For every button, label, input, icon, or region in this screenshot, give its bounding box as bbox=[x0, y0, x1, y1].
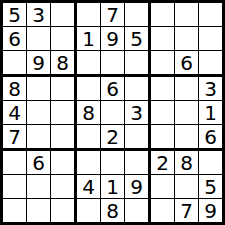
cell-r4c4-empty[interactable] bbox=[77, 77, 101, 101]
cell-r5c5-empty[interactable] bbox=[101, 101, 125, 125]
cell-r4c6-empty[interactable] bbox=[125, 77, 151, 101]
cell-r1c7-empty[interactable] bbox=[151, 3, 175, 27]
cell-r8c1-empty[interactable] bbox=[3, 175, 27, 199]
cell-r8c6-given-9: 9 bbox=[125, 175, 151, 199]
cell-r7c8-given-8: 8 bbox=[175, 151, 199, 175]
cell-r5c6-given-3: 3 bbox=[125, 101, 151, 125]
cell-r9c5-given-8: 8 bbox=[101, 199, 125, 222]
cell-r9c9-given-9: 9 bbox=[199, 199, 222, 222]
cell-r1c5-given-7: 7 bbox=[101, 3, 125, 27]
cell-r3c4-empty[interactable] bbox=[77, 51, 101, 77]
cell-r9c7-empty[interactable] bbox=[151, 199, 175, 222]
cell-r3c8-given-6: 6 bbox=[175, 51, 199, 77]
cell-r3c6-empty[interactable] bbox=[125, 51, 151, 77]
cell-r3c7-empty[interactable] bbox=[151, 51, 175, 77]
cell-r6c9-given-6: 6 bbox=[199, 125, 222, 151]
cell-r9c2-empty[interactable] bbox=[27, 199, 51, 222]
cell-r5c1-given-4: 4 bbox=[3, 101, 27, 125]
cell-r6c5-given-2: 2 bbox=[101, 125, 125, 151]
cell-r1c4-empty[interactable] bbox=[77, 3, 101, 27]
cell-r4c9-given-3: 3 bbox=[199, 77, 222, 101]
cell-r3c5-empty[interactable] bbox=[101, 51, 125, 77]
cell-r6c1-given-7: 7 bbox=[3, 125, 27, 151]
cell-r9c6-empty[interactable] bbox=[125, 199, 151, 222]
cell-r9c3-empty[interactable] bbox=[51, 199, 77, 222]
cell-r7c1-empty[interactable] bbox=[3, 151, 27, 175]
cell-r4c2-empty[interactable] bbox=[27, 77, 51, 101]
cell-r8c5-given-1: 1 bbox=[101, 175, 125, 199]
cell-r4c5-given-6: 6 bbox=[101, 77, 125, 101]
cell-r4c8-empty[interactable] bbox=[175, 77, 199, 101]
cell-r8c4-given-4: 4 bbox=[77, 175, 101, 199]
cell-r6c8-empty[interactable] bbox=[175, 125, 199, 151]
cell-r4c7-empty[interactable] bbox=[151, 77, 175, 101]
cell-r1c8-empty[interactable] bbox=[175, 3, 199, 27]
cell-r6c3-empty[interactable] bbox=[51, 125, 77, 151]
cell-r3c2-given-9: 9 bbox=[27, 51, 51, 77]
cell-r5c3-empty[interactable] bbox=[51, 101, 77, 125]
cell-r8c2-empty[interactable] bbox=[27, 175, 51, 199]
cell-r7c3-empty[interactable] bbox=[51, 151, 77, 175]
cell-r1c6-empty[interactable] bbox=[125, 3, 151, 27]
cell-r6c6-empty[interactable] bbox=[125, 125, 151, 151]
cell-r4c3-empty[interactable] bbox=[51, 77, 77, 101]
cell-r6c7-empty[interactable] bbox=[151, 125, 175, 151]
cell-r2c2-empty[interactable] bbox=[27, 27, 51, 51]
cell-r7c4-empty[interactable] bbox=[77, 151, 101, 175]
cell-r7c2-given-6: 6 bbox=[27, 151, 51, 175]
cell-r7c5-empty[interactable] bbox=[101, 151, 125, 175]
cell-r6c4-empty[interactable] bbox=[77, 125, 101, 151]
cell-r1c2-given-3: 3 bbox=[27, 3, 51, 27]
cell-r2c5-given-9: 9 bbox=[101, 27, 125, 51]
cell-r5c9-given-1: 1 bbox=[199, 101, 222, 125]
cell-r1c3-empty[interactable] bbox=[51, 3, 77, 27]
cell-r8c3-empty[interactable] bbox=[51, 175, 77, 199]
cell-r3c3-given-8: 8 bbox=[51, 51, 77, 77]
cell-r5c4-given-8: 8 bbox=[77, 101, 101, 125]
cell-r7c6-empty[interactable] bbox=[125, 151, 151, 175]
cell-r3c9-empty[interactable] bbox=[199, 51, 222, 77]
sudoku-board: 537619598686348317266284195879 bbox=[0, 0, 225, 225]
cell-r8c8-empty[interactable] bbox=[175, 175, 199, 199]
cell-r2c7-empty[interactable] bbox=[151, 27, 175, 51]
cell-r1c1-given-5: 5 bbox=[3, 3, 27, 27]
cell-r1c9-empty[interactable] bbox=[199, 3, 222, 27]
cell-r4c1-given-8: 8 bbox=[3, 77, 27, 101]
cell-r5c8-empty[interactable] bbox=[175, 101, 199, 125]
cell-r7c7-given-2: 2 bbox=[151, 151, 175, 175]
cell-r2c6-given-5: 5 bbox=[125, 27, 151, 51]
cell-r9c8-given-7: 7 bbox=[175, 199, 199, 222]
cell-r8c7-empty[interactable] bbox=[151, 175, 175, 199]
cell-r5c2-empty[interactable] bbox=[27, 101, 51, 125]
cell-r5c7-empty[interactable] bbox=[151, 101, 175, 125]
cell-r8c9-given-5: 5 bbox=[199, 175, 222, 199]
cell-r9c4-empty[interactable] bbox=[77, 199, 101, 222]
cell-r6c2-empty[interactable] bbox=[27, 125, 51, 151]
cell-r2c4-given-1: 1 bbox=[77, 27, 101, 51]
cell-r2c3-empty[interactable] bbox=[51, 27, 77, 51]
cell-r2c1-given-6: 6 bbox=[3, 27, 27, 51]
cell-r2c8-empty[interactable] bbox=[175, 27, 199, 51]
cell-r7c9-empty[interactable] bbox=[199, 151, 222, 175]
cell-r2c9-empty[interactable] bbox=[199, 27, 222, 51]
cell-r9c1-empty[interactable] bbox=[3, 199, 27, 222]
cell-r3c1-empty[interactable] bbox=[3, 51, 27, 77]
